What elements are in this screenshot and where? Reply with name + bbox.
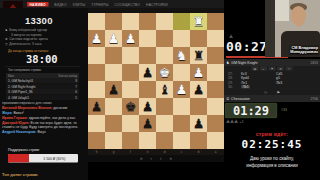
topbar-menu: ВИДЕОКЛИПЫТУРНИРЫСООБЩЕСТВОНАСТРОЙКИ (54, 2, 167, 6)
board-square[interactable]: ♜ (190, 13, 207, 30)
donation-progress-bar: 1 500 ₽ (30%) (8, 154, 78, 163)
gear-icon[interactable]: ⚙ (277, 67, 284, 71)
info-row: ⚙Система подсчёта: арена (5, 37, 48, 41)
move-black[interactable]: Сd5 (276, 72, 282, 76)
board-square[interactable] (207, 13, 224, 30)
board-square[interactable] (88, 64, 105, 81)
close-icon[interactable]: × (286, 67, 293, 71)
white-pawn: ♟ (91, 31, 103, 46)
move-list-panel: ▦≡⚑⚙× 27.Кc3Сd528.Крd4g529.Лe1Лb330.Лb1 … (224, 66, 320, 95)
board-square[interactable] (88, 115, 105, 132)
black-king: ♚ (125, 99, 137, 114)
board-square[interactable] (173, 64, 190, 81)
board-square[interactable] (139, 30, 156, 47)
donation-progress-text: 1 500 ₽ (30%) (32, 154, 77, 163)
board-square[interactable] (173, 115, 190, 132)
board-square[interactable]: ♞ (173, 47, 190, 64)
webcam-background-band (265, 0, 275, 57)
chat-message: Жора: Виват! (2, 111, 85, 115)
move-nav-button[interactable]: › (160, 155, 162, 162)
white-pawn: ♟ (176, 82, 188, 97)
material-advantage: +1 (240, 120, 244, 124)
board-square[interactable] (122, 81, 139, 98)
white-king: ♚ (159, 65, 171, 80)
move-nav-button[interactable]: » (170, 155, 173, 162)
board-square[interactable] (207, 81, 224, 98)
menu-item[interactable]: СООБЩЕСТВО (115, 2, 140, 6)
board-square[interactable] (139, 81, 156, 98)
board-square[interactable] (156, 115, 173, 132)
draw-offer-button[interactable]: ½ (264, 90, 267, 95)
stream-timer-label: стрим идёт: (224, 131, 320, 137)
move-white[interactable]: Крd4 (241, 76, 249, 80)
left-panel: 13300 ♞Блиц отборочный турнир3 минуты на… (0, 8, 88, 180)
board-square[interactable]: ♟ (190, 81, 207, 98)
black-pawn: ♟ (142, 65, 154, 80)
board-square[interactable]: ♟ (139, 115, 156, 132)
leaderboard-row: 4. GM Jelay015 (6, 95, 79, 101)
board-square[interactable] (139, 13, 156, 30)
move-list: 27.Кc3Сd528.Крd4g529.Лe1Лb330.Лb1 (224, 71, 320, 89)
board-square[interactable] (139, 47, 156, 64)
board-square[interactable] (122, 64, 139, 81)
board-square[interactable] (122, 115, 139, 132)
countdown-label: До конца стрима осталось: (8, 49, 49, 53)
bottom-player-name: Chessasion (231, 96, 309, 101)
board-square[interactable]: ♜ (190, 47, 207, 64)
chess-board: ♜♟♟♟♞♜♟♚♟♟♝♟♟♟♚♟♟♟ (88, 13, 224, 149)
board-square[interactable] (105, 64, 122, 81)
board-square[interactable] (88, 47, 105, 64)
board-square[interactable] (173, 132, 190, 149)
live-button[interactable]: НАЖИВО (27, 2, 48, 7)
board-square[interactable] (173, 30, 190, 47)
board-square[interactable]: ♚ (122, 98, 139, 115)
board-square[interactable] (173, 13, 190, 30)
board-square[interactable] (88, 13, 105, 30)
menu-item[interactable]: КЛИПЫ (73, 2, 86, 6)
knight-icon: ♞ (226, 60, 230, 65)
player-clock: 01:29 (225, 103, 277, 118)
streamer-name-label: СМ Владимир Минадрукович (289, 45, 319, 55)
stream-timer-time: 02:25:45 (224, 138, 320, 151)
board-square[interactable] (156, 98, 173, 115)
board-square[interactable] (156, 132, 173, 149)
board-square[interactable] (190, 132, 207, 149)
black-pawn: ♟ (142, 116, 154, 131)
bottom-player-bar: ♔ Chessasion 2706 (224, 95, 320, 102)
board-square[interactable] (105, 98, 122, 115)
board-square[interactable] (207, 98, 224, 115)
chat-message: Андрей Никоноров: Вжух (2, 130, 85, 134)
board-square[interactable]: ♟ (139, 98, 156, 115)
black-pawn: ♟ (91, 99, 103, 114)
webcam: СМ Владимир Минадрукович (265, 0, 320, 57)
menu-item[interactable]: ТУРНИРЫ (91, 2, 108, 6)
chat-message: Ирина Глушко: здравствуйте, как дела у в… (2, 116, 85, 120)
gear-icon: ⚙ (5, 38, 8, 41)
board-square[interactable]: ♝ (156, 81, 173, 98)
board-square[interactable] (207, 30, 224, 47)
white-pawn: ♟ (193, 65, 205, 80)
info-row: 3 минуты на партию (11, 33, 41, 37)
board-square[interactable] (122, 13, 139, 30)
black-pawn: ♟ (142, 99, 154, 114)
board-square[interactable] (139, 132, 156, 149)
top-player-name: GM Night Knight (231, 60, 309, 65)
white-pawn: ♟ (108, 31, 120, 46)
donation-progress-fill (8, 154, 29, 163)
chat-username: Андрей Никоноров: (2, 130, 37, 134)
board-square[interactable]: ♟ (173, 81, 190, 98)
flag-icon[interactable]: ⚑ (269, 67, 276, 71)
board-square[interactable]: ♚ (156, 64, 173, 81)
board-square[interactable]: ♟ (105, 30, 122, 47)
clock-icon: ◷ (5, 43, 8, 46)
leaderboard-title: Топ соперников стрима: (8, 69, 41, 72)
move-nav-button[interactable]: « (140, 155, 143, 162)
board-square[interactable] (122, 132, 139, 149)
board-square[interactable] (156, 47, 173, 64)
countdown-timer: 38:00 (26, 53, 58, 65)
board-square[interactable] (105, 132, 122, 149)
board-square[interactable] (156, 13, 173, 30)
menu-item[interactable]: ВИДЕО (54, 2, 66, 6)
chat-message: прокомментировать для своих (2, 101, 85, 105)
black-pawn: ♟ (193, 116, 205, 131)
board-square[interactable]: ♟ (190, 115, 207, 132)
board-square[interactable] (207, 132, 224, 149)
board-square[interactable]: ♟ (88, 30, 105, 47)
grid-icon[interactable]: ▦ (252, 67, 259, 71)
opponent-clock: 00:27 (226, 39, 268, 54)
board-square[interactable] (105, 115, 122, 132)
captured-pieces: ♙♙♙+1 (226, 119, 244, 124)
board-square[interactable] (207, 64, 224, 81)
chat-username: Дмитрий Юдин: (2, 121, 31, 125)
black-pawn: ♟ (193, 82, 205, 97)
move-white[interactable]: Кc3 (241, 72, 247, 76)
white-rook: ♜ (193, 14, 205, 29)
webcam-window (275, 0, 289, 21)
captured-pawns: ♙♙♙ (226, 119, 238, 124)
move-row: 30.Лb1 (224, 85, 320, 90)
leaderboard-table: Имя Кол-во побед 1. GM Nefachy0192. GM R… (6, 73, 79, 100)
viewer-count: 13300 (25, 15, 53, 26)
top-donation-label: Топ донат стрима: (2, 172, 38, 177)
board-square[interactable]: ♟ (105, 81, 122, 98)
divider (5, 67, 80, 68)
move-white[interactable]: Лb1 (241, 85, 250, 89)
board-square[interactable]: ♟ (139, 64, 156, 81)
board-square[interactable]: ♟ (122, 30, 139, 47)
support-label: Поддержать стрим: (8, 148, 40, 152)
top-player-bar: ♞ GM Night Knight 2453 (224, 59, 320, 66)
white-knight: ♞ (176, 48, 188, 63)
board-square[interactable] (173, 98, 190, 115)
chat-message: Дмитрий Юдин: Если так игра будет идти, … (2, 121, 85, 129)
board-square[interactable]: ♟ (190, 64, 207, 81)
move-black[interactable]: Лb3 (276, 81, 282, 85)
black-rook: ♜ (193, 48, 205, 63)
stream-timer-block: стрим идёт: 02:25:45 Даю уроки по скайпу… (224, 131, 320, 169)
board-square[interactable] (207, 47, 224, 64)
board-square[interactable] (105, 47, 122, 64)
top-player-rating: 2453 (310, 61, 318, 65)
board-square[interactable]: ♟ (88, 98, 105, 115)
move-white[interactable]: Лe1 (241, 81, 247, 85)
chat-username: Ирина Глушко: (2, 116, 29, 120)
white-pawn: ♟ (125, 31, 137, 46)
king-icon: ♔ (226, 96, 230, 101)
board-square[interactable] (105, 13, 122, 30)
move-black[interactable]: g5 (276, 76, 280, 80)
board-square[interactable] (156, 30, 173, 47)
chat-username: Жора: (2, 111, 13, 115)
move-nav-button[interactable]: ‹ (151, 155, 153, 162)
menu-item[interactable]: НАСТРОЙКИ (146, 2, 168, 6)
board-toolbar: «‹›» (88, 155, 224, 162)
bottom-player-rating: 2706 (310, 97, 318, 101)
black-bishop: ♝ (159, 82, 171, 97)
chat-message: Виталий Морозович Власов: донатим (2, 106, 85, 110)
stream-note-line2: информация в описании (224, 162, 320, 169)
black-pawn: ♟ (108, 82, 120, 97)
top-donation-value: Giga - 1 000 (2, 179, 24, 180)
board-square[interactable] (88, 81, 105, 98)
chat-username: Виталий Морозович Власов: (2, 106, 53, 110)
board-square[interactable] (190, 98, 207, 115)
clock-badge: #33 (281, 108, 287, 112)
list-icon[interactable]: ≡ (260, 67, 267, 71)
info-row: ◷Длительность: 3 часа (5, 42, 42, 46)
resign-button[interactable]: ⚑ (276, 90, 280, 95)
board-square[interactable] (88, 132, 105, 149)
board-square[interactable] (190, 30, 207, 47)
board-square[interactable] (122, 47, 139, 64)
chat-messages: прокомментировать для своихВиталий Мороз… (2, 101, 85, 147)
knight-icon: ♞ (5, 29, 8, 32)
info-row: ♞Блиц отборочный турнир (5, 28, 47, 32)
board-square[interactable] (207, 115, 224, 132)
